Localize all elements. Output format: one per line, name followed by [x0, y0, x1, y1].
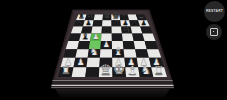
board-base-rim: [52, 80, 172, 81]
square-b4[interactable]: [77, 41, 90, 49]
view-toggle-button[interactable]: [206, 24, 222, 40]
square-dot-icon: [210, 28, 218, 36]
piece-white-knight-c3[interactable]: ♞: [90, 45, 99, 57]
board-reflection: [55, 89, 170, 99]
piece-white-pawn-c5[interactable]: ♟: [93, 32, 100, 41]
square-b1[interactable]: [72, 67, 87, 77]
square-g4[interactable]: [134, 41, 147, 49]
square-d3[interactable]: [100, 49, 112, 58]
piece-white-king-e1[interactable]: ♚: [113, 61, 125, 77]
piece-white-rook-h1[interactable]: ♜: [154, 64, 164, 77]
piece-white-pawn-d4[interactable]: ♟: [103, 40, 110, 49]
square-c2[interactable]: [86, 58, 99, 67]
square-c7[interactable]: [92, 20, 102, 26]
piece-black-pawn-g7[interactable]: ♟: [132, 19, 138, 27]
square-f4[interactable]: [123, 41, 135, 49]
piece-white-rook-a1[interactable]: ♜: [61, 64, 71, 77]
restart-button[interactable]: RESTART: [204, 1, 225, 22]
piece-white-pawn-b2[interactable]: ♟: [77, 57, 85, 67]
square-e5[interactable]: [112, 34, 123, 42]
piece-black-pawn-h7[interactable]: ♟: [141, 19, 147, 27]
piece-black-pawn-d6[interactable]: ♟: [104, 26, 110, 34]
piece-black-bishop-b5[interactable]: ♝: [81, 31, 89, 41]
piece-black-knight-f6[interactable]: ♞: [123, 24, 131, 34]
piece-black-pawn-e7[interactable]: ♟: [113, 19, 119, 27]
board-base-trim-light: [51, 85, 173, 86]
piece-white-bishop-f1[interactable]: ♝: [127, 63, 137, 77]
piece-black-pawn-a7[interactable]: ♟: [76, 19, 82, 27]
piece-white-queen-d1[interactable]: ♛: [100, 62, 112, 77]
square-c8[interactable]: [94, 15, 103, 21]
square-e6[interactable]: [112, 27, 122, 34]
chess-board-3d[interactable]: ♜♞♛♚♝♜♟♟♟♟♟♟♟♞♝♟♟♞♝♟♟♟♟♟♟♜♛♚♝♞♜: [0, 0, 227, 100]
square-f5[interactable]: [122, 34, 134, 42]
piece-black-queen-d8[interactable]: ♛: [103, 10, 111, 20]
board-base-trim-dim: [51, 87, 174, 88]
restart-button-label: RESTART: [206, 10, 223, 13]
piece-white-knight-g1[interactable]: ♞: [140, 63, 150, 77]
piece-black-pawn-b7[interactable]: ♟: [86, 19, 92, 27]
square-c1[interactable]: [85, 67, 99, 77]
app-stage: ♜♞♛♚♝♜♟♟♟♟♟♟♟♞♝♟♟♞♝♟♟♟♟♟♟♜♛♚♝♞♜ RESTART: [0, 0, 227, 100]
